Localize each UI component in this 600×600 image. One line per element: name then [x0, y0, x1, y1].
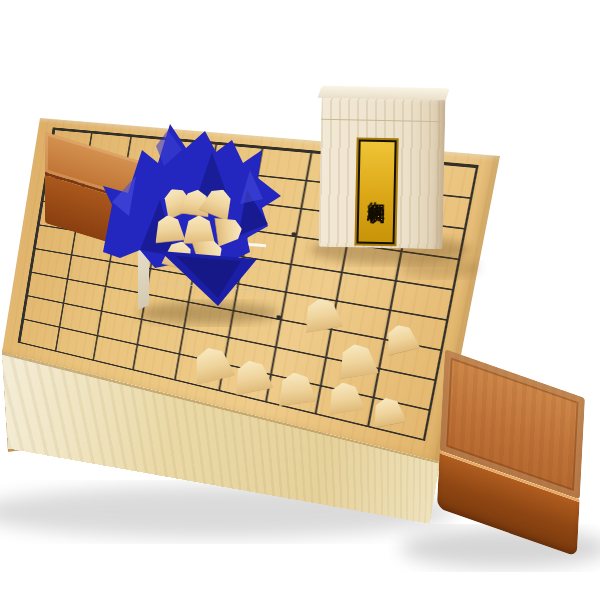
piece-storage-box: 御将棋駒: [318, 95, 445, 250]
storage-box-lid-top: [318, 86, 450, 101]
shogi-set-photo: 角行歩兵飛車桂馬王将歩兵銀将金将 御将棋駒 角行歩兵飛車王将金将銀将桂馬香車: [0, 0, 600, 600]
box-label: 御将棋駒: [354, 137, 398, 246]
storage-box-lid-seam: [321, 119, 445, 123]
box-label-text: 御将棋駒: [368, 188, 385, 196]
